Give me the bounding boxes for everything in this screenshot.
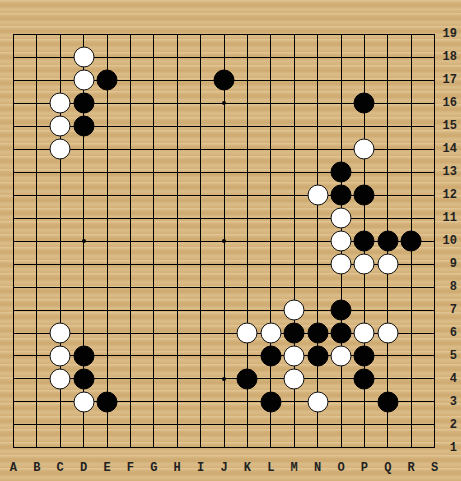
black-stone-O13 (331, 162, 352, 183)
column-label-S: S (431, 461, 438, 475)
row-label-6: 6 (437, 326, 457, 340)
black-stone-P16 (354, 93, 375, 114)
row-label-18: 18 (437, 50, 457, 64)
black-stone-K4 (237, 368, 258, 389)
black-stone-N5 (307, 345, 328, 366)
black-stone-N6 (307, 323, 328, 344)
black-stone-D16 (73, 93, 94, 114)
go-board-diagram: ABCDEFGHIJKLMNOPQRS191817161514131211109… (0, 0, 461, 481)
row-label-5: 5 (437, 349, 457, 363)
row-label-15: 15 (437, 119, 457, 133)
column-label-R: R (408, 461, 415, 475)
row-label-4: 4 (437, 372, 457, 386)
column-label-G: G (150, 461, 157, 475)
grid-line-horizontal (13, 424, 435, 425)
grid-line-horizontal (13, 447, 435, 448)
row-label-8: 8 (437, 280, 457, 294)
black-stone-D15 (73, 116, 94, 137)
white-stone-P6 (354, 323, 375, 344)
row-label-19: 19 (437, 27, 457, 41)
column-label-O: O (337, 461, 344, 475)
white-stone-O5 (331, 345, 352, 366)
grid-line-horizontal (13, 287, 435, 288)
row-label-14: 14 (437, 142, 457, 156)
white-stone-M4 (284, 368, 305, 389)
column-label-L: L (267, 461, 274, 475)
column-label-E: E (103, 461, 110, 475)
black-stone-J17 (214, 70, 235, 91)
column-label-B: B (33, 461, 40, 475)
grid-line-vertical (434, 34, 435, 448)
black-stone-P10 (354, 231, 375, 252)
row-label-17: 17 (437, 73, 457, 87)
white-stone-Q6 (377, 323, 398, 344)
white-stone-C16 (50, 93, 71, 114)
row-label-12: 12 (437, 188, 457, 202)
white-stone-M7 (284, 300, 305, 321)
white-stone-P14 (354, 139, 375, 160)
row-label-2: 2 (437, 418, 457, 432)
black-stone-O12 (331, 185, 352, 206)
row-label-10: 10 (437, 234, 457, 248)
black-stone-L3 (260, 391, 281, 412)
black-stone-P4 (354, 368, 375, 389)
row-label-1: 1 (437, 441, 457, 455)
white-stone-C15 (50, 116, 71, 137)
column-label-A: A (10, 461, 17, 475)
black-stone-Q10 (377, 231, 398, 252)
column-label-I: I (197, 461, 204, 475)
column-label-J: J (220, 461, 227, 475)
star-point (222, 101, 226, 105)
white-stone-C6 (50, 323, 71, 344)
black-stone-Q3 (377, 391, 398, 412)
column-label-P: P (361, 461, 368, 475)
row-label-13: 13 (437, 165, 457, 179)
white-stone-M5 (284, 345, 305, 366)
black-stone-R10 (401, 231, 422, 252)
white-stone-Q9 (377, 254, 398, 275)
black-stone-E3 (97, 391, 118, 412)
star-point (82, 239, 86, 243)
row-label-3: 3 (437, 395, 457, 409)
white-stone-P9 (354, 254, 375, 275)
white-stone-N3 (307, 391, 328, 412)
white-stone-L6 (260, 323, 281, 344)
white-stone-K6 (237, 323, 258, 344)
black-stone-D4 (73, 368, 94, 389)
column-label-M: M (291, 461, 298, 475)
star-point (222, 377, 226, 381)
white-stone-O9 (331, 254, 352, 275)
row-label-11: 11 (437, 211, 457, 225)
white-stone-C5 (50, 345, 71, 366)
white-stone-O10 (331, 231, 352, 252)
white-stone-C14 (50, 139, 71, 160)
white-stone-O11 (331, 208, 352, 229)
black-stone-E17 (97, 70, 118, 91)
column-label-Q: Q (384, 461, 391, 475)
black-stone-O7 (331, 300, 352, 321)
black-stone-P5 (354, 345, 375, 366)
grid-line-horizontal (13, 310, 435, 311)
black-stone-L5 (260, 345, 281, 366)
black-stone-D5 (73, 345, 94, 366)
white-stone-D17 (73, 70, 94, 91)
column-label-N: N (314, 461, 321, 475)
row-label-16: 16 (437, 96, 457, 110)
black-stone-M6 (284, 323, 305, 344)
white-stone-D3 (73, 391, 94, 412)
grid-line-vertical (270, 34, 271, 448)
column-label-K: K (244, 461, 251, 475)
white-stone-C4 (50, 368, 71, 389)
column-label-F: F (127, 461, 134, 475)
row-label-9: 9 (437, 257, 457, 271)
row-label-7: 7 (437, 303, 457, 317)
grid-line-vertical (317, 34, 318, 448)
column-label-D: D (80, 461, 87, 475)
black-stone-P12 (354, 185, 375, 206)
white-stone-D18 (73, 47, 94, 68)
star-point (222, 239, 226, 243)
column-label-H: H (174, 461, 181, 475)
white-stone-N12 (307, 185, 328, 206)
black-stone-O6 (331, 323, 352, 344)
column-label-C: C (57, 461, 64, 475)
